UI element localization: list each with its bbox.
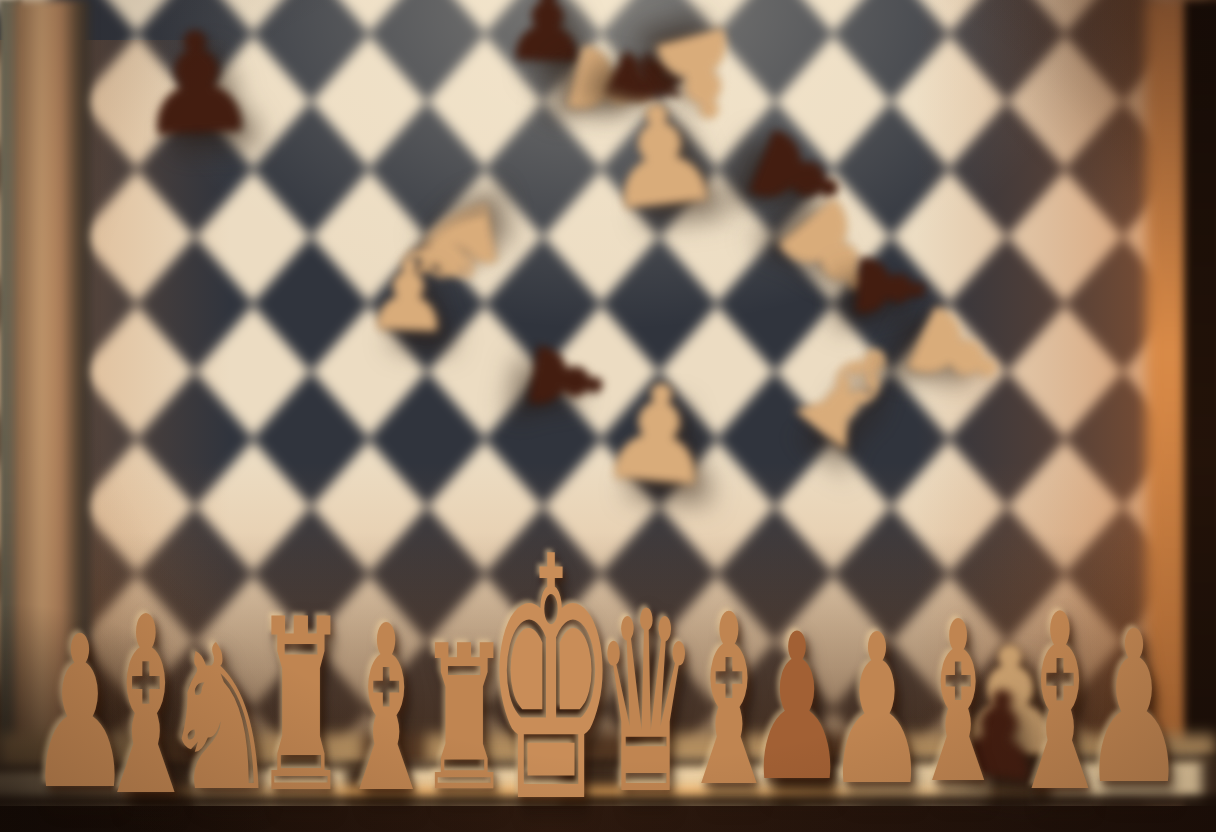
board-frame-right bbox=[1184, 0, 1216, 832]
background-piece-pawn: ♟ bbox=[131, 11, 264, 157]
background-piece-pawn: ♟ bbox=[592, 82, 729, 232]
chess-still-life-scene: ♟♟♟♞♟♟♟♟♟♞♟♟♟♝♟♟♟ ♟♝♞♜♝♜♚♛♝♟♟♝♝♟ bbox=[0, 0, 1216, 832]
foreground-piece-pawn: ♟ bbox=[1082, 604, 1186, 814]
background-piece-pawn: ♟ bbox=[361, 244, 454, 347]
foreground-piece-bishop: ♝ bbox=[908, 592, 1008, 814]
